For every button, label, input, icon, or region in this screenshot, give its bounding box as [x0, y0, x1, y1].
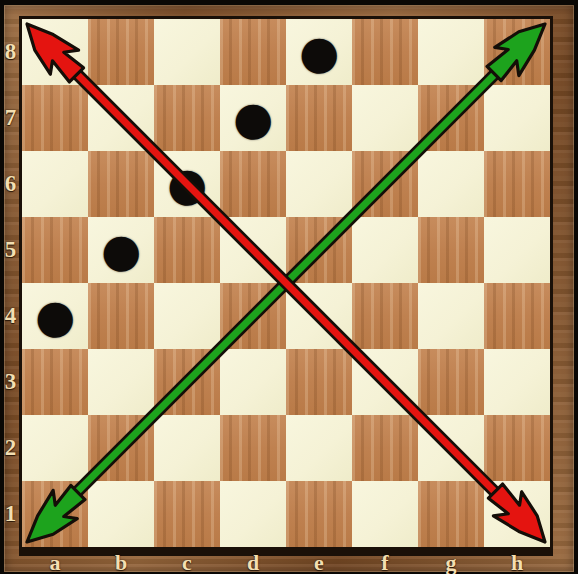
square-g6[interactable]	[418, 151, 484, 217]
square-g7[interactable]	[418, 85, 484, 151]
square-e4[interactable]	[286, 283, 352, 349]
square-d7[interactable]: ●	[220, 85, 286, 151]
square-d5[interactable]	[220, 217, 286, 283]
square-a1[interactable]	[22, 481, 88, 547]
file-label-b: b	[88, 550, 154, 574]
rank-label-5: 5	[0, 217, 21, 283]
square-b5[interactable]: ●	[88, 217, 154, 283]
square-c6[interactable]: ●	[154, 151, 220, 217]
rank-label-8: 8	[0, 19, 21, 85]
square-f8[interactable]	[352, 19, 418, 85]
square-f5[interactable]	[352, 217, 418, 283]
square-f1[interactable]	[352, 481, 418, 547]
square-c1[interactable]	[154, 481, 220, 547]
square-c8[interactable]	[154, 19, 220, 85]
square-f2[interactable]	[352, 415, 418, 481]
square-e7[interactable]	[286, 85, 352, 151]
square-b3[interactable]	[88, 349, 154, 415]
square-d8[interactable]	[220, 19, 286, 85]
square-f3[interactable]	[352, 349, 418, 415]
square-e8[interactable]: ●	[286, 19, 352, 85]
square-g5[interactable]	[418, 217, 484, 283]
rank-labels: 87654321	[0, 19, 21, 547]
square-f4[interactable]	[352, 283, 418, 349]
rank-label-3: 3	[0, 349, 21, 415]
file-label-h: h	[484, 550, 550, 574]
square-h1[interactable]	[484, 481, 550, 547]
file-label-f: f	[352, 550, 418, 574]
square-b7[interactable]	[88, 85, 154, 151]
square-e5[interactable]	[286, 217, 352, 283]
square-a3[interactable]	[22, 349, 88, 415]
square-d3[interactable]	[220, 349, 286, 415]
square-g4[interactable]	[418, 283, 484, 349]
square-d2[interactable]	[220, 415, 286, 481]
square-e1[interactable]	[286, 481, 352, 547]
black-disc-e8[interactable]: ●	[286, 19, 352, 85]
square-g8[interactable]	[418, 19, 484, 85]
square-e2[interactable]	[286, 415, 352, 481]
square-f7[interactable]	[352, 85, 418, 151]
black-disc-d7[interactable]: ●	[220, 85, 286, 151]
square-a6[interactable]	[22, 151, 88, 217]
square-b2[interactable]	[88, 415, 154, 481]
square-g1[interactable]	[418, 481, 484, 547]
board-diagram: ●●●●● 87654321 abcdefgh	[0, 0, 578, 574]
square-d6[interactable]	[220, 151, 286, 217]
square-h6[interactable]	[484, 151, 550, 217]
rank-label-6: 6	[0, 151, 21, 217]
black-disc-a4[interactable]: ●	[22, 283, 88, 349]
square-c7[interactable]	[154, 85, 220, 151]
square-c3[interactable]	[154, 349, 220, 415]
square-h5[interactable]	[484, 217, 550, 283]
square-a7[interactable]	[22, 85, 88, 151]
square-a5[interactable]	[22, 217, 88, 283]
square-h2[interactable]	[484, 415, 550, 481]
square-d1[interactable]	[220, 481, 286, 547]
square-d4[interactable]	[220, 283, 286, 349]
file-label-a: a	[22, 550, 88, 574]
file-label-g: g	[418, 550, 484, 574]
file-label-c: c	[154, 550, 220, 574]
rank-label-2: 2	[0, 415, 21, 481]
square-f6[interactable]	[352, 151, 418, 217]
file-labels: abcdefgh	[22, 550, 550, 572]
square-b6[interactable]	[88, 151, 154, 217]
checkers-board: ●●●●●	[22, 19, 550, 547]
black-disc-b5[interactable]: ●	[88, 217, 154, 283]
rank-label-1: 1	[0, 481, 21, 547]
square-c5[interactable]	[154, 217, 220, 283]
square-g3[interactable]	[418, 349, 484, 415]
square-c2[interactable]	[154, 415, 220, 481]
black-disc-c6[interactable]: ●	[154, 151, 220, 217]
square-h3[interactable]	[484, 349, 550, 415]
square-c4[interactable]	[154, 283, 220, 349]
square-h4[interactable]	[484, 283, 550, 349]
square-b1[interactable]	[88, 481, 154, 547]
file-label-d: d	[220, 550, 286, 574]
square-e3[interactable]	[286, 349, 352, 415]
file-label-e: e	[286, 550, 352, 574]
square-b4[interactable]	[88, 283, 154, 349]
square-h8[interactable]	[484, 19, 550, 85]
rank-label-4: 4	[0, 283, 21, 349]
square-a2[interactable]	[22, 415, 88, 481]
square-a8[interactable]	[22, 19, 88, 85]
square-e6[interactable]	[286, 151, 352, 217]
square-h7[interactable]	[484, 85, 550, 151]
square-b8[interactable]	[88, 19, 154, 85]
rank-label-7: 7	[0, 85, 21, 151]
square-g2[interactable]	[418, 415, 484, 481]
square-a4[interactable]: ●	[22, 283, 88, 349]
